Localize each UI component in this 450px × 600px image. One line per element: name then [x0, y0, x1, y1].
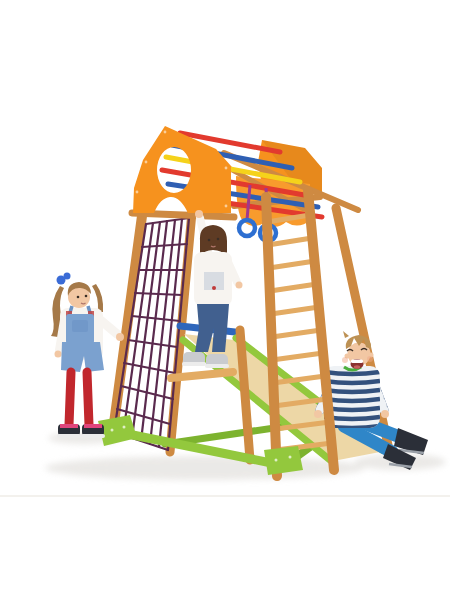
play-gym-scene [0, 0, 450, 600]
overall-shorts [61, 342, 104, 372]
net-inner-pole [170, 212, 192, 452]
pigtail-right [92, 284, 103, 312]
base-corner-right [264, 446, 303, 475]
product-photo [0, 0, 450, 600]
raised-hand [195, 210, 203, 218]
photo-edge-line [0, 495, 450, 497]
hand-on-pole [116, 333, 124, 341]
gable-bottom-beam [132, 213, 234, 217]
